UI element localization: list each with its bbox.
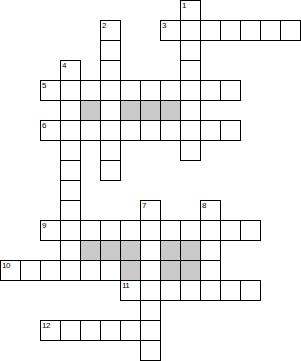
crossword-cell[interactable] (100, 80, 121, 101)
crossword-cell[interactable] (100, 260, 121, 281)
shaded-cell (140, 100, 161, 121)
crossword-cell[interactable] (200, 240, 221, 261)
crossword-cell[interactable] (140, 220, 161, 241)
crossword-cell[interactable] (180, 100, 201, 121)
crossword-cell[interactable] (100, 60, 121, 81)
crossword-grid: 123456789101112 (0, 0, 301, 361)
shaded-cell (80, 100, 101, 121)
crossword-cell[interactable] (140, 340, 161, 361)
crossword-cell[interactable] (120, 80, 141, 101)
crossword-cell[interactable] (160, 80, 181, 101)
crossword-cell[interactable] (240, 220, 261, 241)
crossword-cell[interactable] (80, 80, 101, 101)
crossword-cell[interactable] (60, 160, 81, 181)
crossword-cell[interactable] (80, 320, 101, 341)
crossword-cell[interactable] (180, 140, 201, 161)
crossword-cell[interactable] (100, 140, 121, 161)
shaded-cell (120, 260, 141, 281)
crossword-cell[interactable] (180, 220, 201, 241)
clue-number: 9 (42, 221, 46, 230)
crossword-cell[interactable] (80, 120, 101, 141)
shaded-cell (160, 100, 181, 121)
crossword-cell[interactable]: 7 (140, 200, 161, 221)
crossword-cell[interactable] (100, 120, 121, 141)
crossword-cell[interactable] (200, 20, 221, 41)
crossword-cell[interactable] (200, 280, 221, 301)
crossword-cell[interactable]: 1 (180, 0, 201, 21)
crossword-cell[interactable]: 2 (100, 20, 121, 41)
crossword-cell[interactable] (140, 280, 161, 301)
crossword-cell[interactable] (220, 280, 241, 301)
shaded-cell (120, 100, 141, 121)
crossword-cell[interactable] (180, 80, 201, 101)
crossword-cell[interactable] (140, 80, 161, 101)
shaded-cell (100, 240, 121, 261)
clue-number: 4 (62, 61, 66, 70)
crossword-cell[interactable] (240, 20, 261, 41)
shaded-cell (160, 260, 181, 281)
crossword-cell[interactable] (100, 320, 121, 341)
clue-number: 11 (122, 281, 129, 290)
crossword-cell[interactable] (60, 120, 81, 141)
crossword-cell[interactable]: 6 (40, 120, 61, 141)
crossword-cell[interactable] (20, 260, 41, 281)
crossword-cell[interactable]: 9 (40, 220, 61, 241)
crossword-cell[interactable] (60, 220, 81, 241)
crossword-cell[interactable]: 11 (120, 280, 141, 301)
clue-number: 12 (42, 321, 50, 330)
crossword-cell[interactable] (60, 260, 81, 281)
clue-number: 2 (102, 21, 106, 30)
clue-number: 10 (2, 261, 10, 270)
clue-number: 6 (42, 121, 46, 130)
clue-number: 8 (202, 201, 206, 210)
crossword-cell[interactable] (220, 80, 241, 101)
crossword-cell[interactable]: 4 (60, 60, 81, 81)
crossword-cell[interactable] (100, 220, 121, 241)
crossword-cell[interactable] (60, 200, 81, 221)
crossword-cell[interactable] (60, 80, 81, 101)
crossword-cell[interactable] (220, 20, 241, 41)
crossword-cell[interactable] (80, 260, 101, 281)
crossword-cell[interactable] (200, 120, 221, 141)
crossword-cell[interactable] (100, 100, 121, 121)
crossword-cell[interactable] (160, 220, 181, 241)
crossword-cell[interactable] (60, 100, 81, 121)
shaded-cell (180, 240, 201, 261)
clue-number: 7 (142, 201, 146, 210)
crossword-cell[interactable] (200, 260, 221, 281)
crossword-cell[interactable] (100, 160, 121, 181)
clue-number: 3 (162, 21, 166, 30)
crossword-cell[interactable] (200, 220, 221, 241)
crossword-cell[interactable]: 10 (0, 260, 21, 281)
crossword-cell[interactable] (200, 80, 221, 101)
crossword-cell[interactable]: 12 (40, 320, 61, 341)
crossword-cell[interactable] (140, 300, 161, 321)
crossword-cell[interactable] (240, 280, 261, 301)
crossword-cell[interactable] (180, 40, 201, 61)
crossword-cell[interactable] (280, 20, 301, 41)
crossword-cell[interactable] (140, 260, 161, 281)
crossword-cell[interactable] (180, 120, 201, 141)
crossword-cell[interactable] (220, 120, 241, 141)
crossword-cell[interactable] (180, 60, 201, 81)
crossword-cell[interactable] (160, 280, 181, 301)
crossword-cell[interactable] (160, 120, 181, 141)
shaded-cell (120, 240, 141, 261)
shaded-cell (180, 260, 201, 281)
crossword-cell[interactable]: 5 (40, 80, 61, 101)
crossword-cell[interactable] (40, 260, 61, 281)
crossword-cell[interactable] (140, 120, 161, 141)
crossword-cell[interactable] (60, 180, 81, 201)
crossword-page: 123456789101112 (0, 0, 301, 361)
clue-number: 1 (182, 1, 186, 10)
crossword-cell[interactable] (120, 320, 141, 341)
crossword-cell[interactable] (60, 240, 81, 261)
crossword-cell[interactable] (80, 220, 101, 241)
crossword-cell[interactable] (100, 40, 121, 61)
shaded-cell (160, 240, 181, 261)
crossword-cell[interactable] (140, 320, 161, 341)
crossword-cell[interactable] (140, 240, 161, 261)
shaded-cell (80, 240, 101, 261)
crossword-cell[interactable] (180, 20, 201, 41)
crossword-cell[interactable] (260, 20, 281, 41)
crossword-cell[interactable] (220, 220, 241, 241)
crossword-cell[interactable] (60, 140, 81, 161)
crossword-cell[interactable] (120, 220, 141, 241)
crossword-cell[interactable]: 8 (200, 200, 221, 221)
crossword-cell[interactable] (60, 320, 81, 341)
crossword-cell[interactable] (180, 280, 201, 301)
clue-number: 5 (42, 81, 46, 90)
crossword-cell[interactable] (120, 120, 141, 141)
crossword-cell[interactable]: 3 (160, 20, 181, 41)
